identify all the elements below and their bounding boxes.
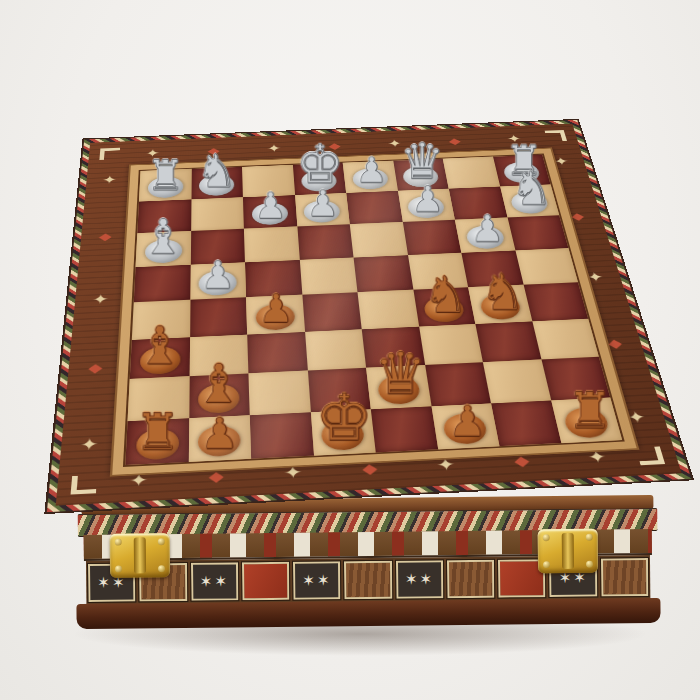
board-frame: ✦◆✦◆✦◆✦ ✦◆✦◆✦◆✦ ✦◆✦◆✦ ✦◆✦◆✦ ♜♞♚♟♛♜♟♟♟♞♝♟… — [47, 120, 691, 512]
piece-silver-pawn-d7: ♟ — [307, 186, 339, 220]
frame-corner-mark — [544, 130, 567, 142]
box-tile-star: ✶✶ — [191, 562, 239, 600]
square-b1: ♟ — [188, 415, 251, 462]
board-plane: ✦◆✦◆✦◆✦ ✦◆✦◆✦◆✦ ✦◆✦◆✦ ✦◆✦◆✦ ♜♞♚♟♛♜♟♟♟♞♝♟… — [47, 120, 691, 512]
square-e6 — [350, 222, 408, 257]
square-c6 — [244, 226, 299, 262]
piece-silver-pawn-f7: ♟ — [412, 182, 444, 216]
chess-board-3d: ✦◆✦◆✦◆✦ ✦◆✦◆✦◆✦ ✦◆✦◆✦ ✦◆✦◆✦ ♜♞♚♟♛♜♟♟♟♞♝♟… — [70, 8, 630, 568]
square-b8: ♞ — [191, 167, 243, 199]
board-grid: ♜♞♚♟♛♜♟♟♟♞♝♟♟♟♞♞♝♝♛♜♟♚♟♜ — [125, 155, 622, 466]
piece-copper-pawn-f1: ♟ — [449, 401, 487, 441]
piece-copper-king-d1: ♚ — [315, 387, 372, 448]
square-b4 — [190, 297, 248, 337]
square-f4: ♞ — [413, 287, 475, 326]
piece-copper-knight-f4: ♞ — [424, 272, 469, 320]
square-a3: ♝ — [130, 337, 190, 379]
square-f6 — [402, 220, 461, 255]
square-h1: ♜ — [551, 397, 622, 443]
piece-silver-pawn-g6: ♟ — [471, 212, 504, 247]
piece-silver-rook-a8: ♜ — [146, 156, 184, 196]
square-d6 — [297, 224, 354, 260]
square-g1 — [491, 400, 561, 446]
square-d1: ♚ — [310, 409, 375, 456]
square-e4 — [357, 290, 418, 329]
piece-copper-bishop-a3: ♝ — [136, 322, 183, 371]
frame-corner-mark — [99, 148, 120, 160]
piece-copper-rook-a1: ♜ — [134, 409, 179, 457]
piece-silver-pawn-c7: ♟ — [254, 189, 286, 223]
piece-copper-knight-g4: ♞ — [480, 269, 525, 317]
piece-copper-pawn-c4: ♟ — [258, 290, 293, 327]
square-a5 — [134, 264, 191, 302]
piece-silver-bishop-a6: ♝ — [142, 215, 185, 261]
square-c2 — [248, 371, 310, 415]
square-e8: ♟ — [343, 161, 398, 193]
square-e5 — [354, 255, 413, 292]
piece-silver-pawn-b5: ♟ — [201, 257, 235, 293]
diamond-inlay-icon: ◆ — [88, 362, 103, 375]
square-f7: ♟ — [398, 188, 455, 222]
square-h6 — [507, 215, 568, 250]
frame-corner-mark — [71, 475, 98, 495]
diamond-inlay-icon: ◆ — [570, 211, 585, 221]
star-inlay-icon: ✦ — [266, 143, 282, 154]
star-inlay-icon: ✦ — [91, 292, 109, 306]
frame-corner-mark — [635, 446, 665, 465]
square-d3 — [305, 329, 367, 371]
square-b7 — [191, 197, 244, 231]
board-rim: ♜♞♚♟♛♜♟♟♟♞♝♟♟♟♞♞♝♝♛♜♟♚♟♜ — [110, 147, 640, 476]
piece-silver-pawn-e8: ♟ — [355, 154, 387, 187]
piece-copper-rook-h1: ♜ — [567, 388, 612, 435]
square-c4: ♟ — [246, 295, 305, 335]
square-a6: ♝ — [136, 231, 191, 267]
square-e2: ♛ — [366, 365, 431, 409]
piece-silver-knight-h7: ♞ — [511, 168, 552, 212]
star-inlay-icon: ✦ — [101, 174, 117, 185]
square-g8 — [443, 157, 500, 189]
square-g3 — [475, 321, 541, 362]
square-e1 — [371, 406, 438, 452]
product-photo-scene: ✶✶✶✶✶✶✶✶✶✶ ✦◆✦◆✦◆✦ ✦◆✦◆✦◆✦ ✦◆✦◆✦ ✦◆✦◆✦ — [0, 0, 700, 700]
square-h4 — [523, 282, 588, 321]
square-h7: ♞ — [500, 184, 560, 217]
square-f1: ♟ — [431, 403, 499, 449]
square-b5: ♟ — [190, 262, 246, 300]
box-base — [76, 598, 660, 629]
square-a1: ♜ — [125, 418, 188, 465]
piece-copper-bishop-b2: ♝ — [195, 359, 243, 410]
diamond-inlay-icon: ◆ — [99, 231, 112, 242]
square-c1 — [250, 412, 314, 459]
square-f3 — [419, 324, 483, 365]
square-d5 — [299, 257, 357, 294]
square-c3 — [247, 332, 307, 374]
piece-copper-queen-e2: ♛ — [374, 347, 426, 402]
star-inlay-icon: ✦ — [79, 436, 99, 453]
square-e7 — [346, 191, 402, 225]
diamond-inlay-icon: ◆ — [448, 136, 461, 145]
piece-silver-knight-b8: ♞ — [197, 150, 238, 193]
square-a8: ♜ — [139, 169, 191, 201]
square-d7: ♟ — [295, 193, 350, 227]
square-c7: ♟ — [243, 195, 297, 229]
square-h3 — [532, 318, 599, 359]
square-d4 — [302, 292, 362, 331]
piece-copper-pawn-b1: ♟ — [201, 413, 239, 454]
square-g2 — [483, 359, 551, 403]
square-g4: ♞ — [468, 285, 532, 324]
square-g6: ♟ — [455, 217, 515, 252]
